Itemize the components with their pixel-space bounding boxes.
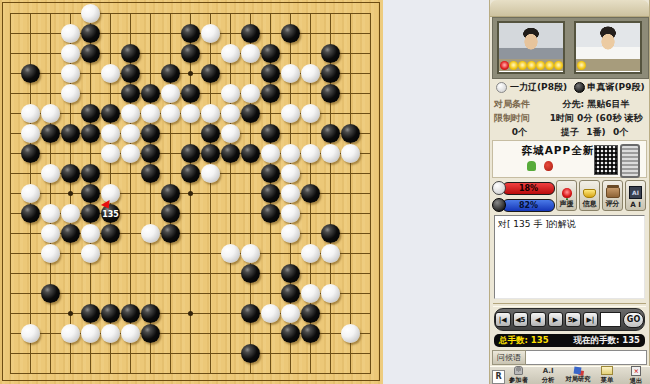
- black-stone: [281, 264, 300, 283]
- time-limit-label: 限制时间: [494, 111, 546, 125]
- winrate-section: 18% 82% 声援信息评分AIA I: [492, 180, 647, 213]
- white-player-flowers: [499, 59, 563, 71]
- black-stone: [321, 224, 340, 243]
- yellow-flower-icon: [509, 61, 518, 70]
- go-board[interactable]: 135: [0, 0, 383, 384]
- white-stone: [341, 324, 360, 343]
- white-player-portrait: [499, 23, 563, 59]
- black-stone: [161, 184, 180, 203]
- black-stone: [121, 64, 140, 83]
- white-stone: [161, 84, 180, 103]
- corner-button[interactable]: R: [492, 370, 505, 384]
- black-stone: [101, 104, 120, 123]
- black-stone: [81, 44, 100, 63]
- apple-icon: [544, 161, 553, 171]
- black-stone: [121, 304, 140, 323]
- white-stone: [301, 284, 320, 303]
- white-stone: [301, 144, 320, 163]
- white-stone: [301, 104, 320, 123]
- black-stone: [321, 44, 340, 63]
- white-stone: [321, 144, 340, 163]
- divider: [493, 303, 646, 307]
- black-stone: [261, 164, 280, 183]
- game-info-panel: 一力辽(P8段) 申真谞(P9段) 对局条件 分先: 黑贴6目半 限制时间 1时…: [489, 0, 650, 384]
- yellow-flower-icon: [577, 61, 586, 70]
- star-point: [188, 311, 193, 316]
- white-stone: [141, 224, 160, 243]
- yellow-flower-icon: [518, 61, 527, 70]
- greeting-row: 问候语: [492, 350, 647, 365]
- black-stone: [121, 44, 140, 63]
- qr-code: [594, 145, 618, 175]
- action-buttons: 声援信息评分AIA I: [555, 180, 647, 213]
- black-stone: [241, 24, 260, 43]
- black-stone: [281, 284, 300, 303]
- white-stone: [281, 224, 300, 243]
- black-stone: [61, 224, 80, 243]
- action-button-rose[interactable]: 声援: [556, 180, 577, 211]
- black-stone: [141, 304, 160, 323]
- last-move-stone: 135: [101, 204, 120, 223]
- black-stone: [281, 324, 300, 343]
- star-point: [188, 191, 193, 196]
- white-stone: [301, 244, 320, 263]
- black-stone: [61, 124, 80, 143]
- white-stone: [281, 184, 300, 203]
- white-stone: [121, 104, 140, 123]
- action-button-gold[interactable]: 信息: [579, 180, 600, 211]
- conditions-label: 对局条件: [494, 97, 546, 111]
- white-player-photo: [497, 21, 565, 74]
- ai-icon: A.I: [543, 367, 554, 375]
- grid-line-h: [10, 353, 371, 354]
- black-stone-icon: [492, 198, 506, 212]
- black-stone: [81, 124, 100, 143]
- action-button-label: 信息: [582, 199, 596, 209]
- white-stone: [41, 164, 60, 183]
- action-button-chip[interactable]: AIA I: [625, 180, 646, 211]
- black-stone: [41, 284, 60, 303]
- black-stone: [141, 144, 160, 163]
- black-player-name-block: 申真谞(P9段): [570, 81, 648, 94]
- nav-forward5-button[interactable]: 5▶: [565, 312, 581, 327]
- toolbar-label: 对局研究: [565, 375, 590, 384]
- black-player-flowers: [576, 59, 640, 71]
- commentary-text: 对[ 135 手 ]的解说: [498, 219, 576, 229]
- captures-label: 提子: [545, 125, 596, 139]
- white-stone: [81, 324, 100, 343]
- nav-back5-button[interactable]: ◀5: [513, 312, 529, 327]
- nav-back-button[interactable]: ◀: [530, 312, 546, 327]
- white-stone: [61, 24, 80, 43]
- toolbar-label: 参加者: [509, 376, 528, 384]
- white-stone-icon: [492, 181, 506, 195]
- white-stone: [61, 324, 80, 343]
- white-stone: [221, 84, 240, 103]
- black-captures: 0个: [595, 125, 646, 139]
- black-stone: [21, 144, 40, 163]
- black-stone: [321, 64, 340, 83]
- condition-row-2: 限制时间 1时间 0分 (60秒 读秒 1番): [494, 111, 646, 125]
- black-stone: [81, 104, 100, 123]
- white-stone: [221, 244, 240, 263]
- gold-icon: [583, 189, 596, 198]
- black-winrate-bar: 82%: [502, 199, 555, 212]
- white-stone: [241, 44, 260, 63]
- game-conditions: 对局条件 分先: 黑贴6目半 限制时间 1时间 0分 (60秒 读秒 1番) 0…: [494, 97, 646, 139]
- white-stone: [101, 64, 120, 83]
- greeting-label: 问候语: [492, 350, 526, 365]
- black-player-photo: [574, 21, 642, 74]
- black-stone: [261, 124, 280, 143]
- grid-line-h: [10, 273, 371, 274]
- chip-icon: AI: [629, 186, 642, 199]
- black-stone: [181, 44, 200, 63]
- black-player-portrait: [576, 23, 640, 59]
- white-stone: [301, 64, 320, 83]
- black-stone: [321, 84, 340, 103]
- star-point: [68, 311, 73, 316]
- white-stone: [201, 24, 220, 43]
- briefcase-icon: [606, 187, 620, 198]
- panel-title-bar: [490, 0, 649, 17]
- move-navigation-bar: |◀◀5◀▶5▶▶|GO: [494, 308, 645, 331]
- black-stone: [21, 204, 40, 223]
- white-stone: [221, 44, 240, 63]
- white-stone: [321, 284, 340, 303]
- white-stone: [321, 244, 340, 263]
- person-icon: [514, 366, 523, 375]
- black-stone: [241, 264, 260, 283]
- nav-forward-button[interactable]: ▶: [548, 312, 564, 327]
- black-stone: [141, 324, 160, 343]
- white-stone: [81, 4, 100, 23]
- black-stone: [81, 184, 100, 203]
- white-stone: [341, 144, 360, 163]
- white-stone: [221, 124, 240, 143]
- black-stone: [261, 204, 280, 223]
- black-stone: [221, 144, 240, 163]
- white-stone: [141, 104, 160, 123]
- players-photo-area: [492, 17, 649, 79]
- white-winrate-bar: 18%: [502, 182, 555, 195]
- white-stone: [261, 144, 280, 163]
- black-stone: [161, 64, 180, 83]
- white-stone: [41, 104, 60, 123]
- player-names-row: 一力辽(P8段) 申真谞(P9段): [492, 79, 647, 95]
- rose-icon: [562, 188, 572, 198]
- android-icon: [527, 161, 536, 171]
- move-status-bar: 总手数: 135 现在的手数: 135: [494, 334, 645, 347]
- black-stone: [301, 324, 320, 343]
- toolbar-label: 分析: [542, 375, 555, 384]
- captures-row: 0个 提子 0个: [494, 125, 646, 139]
- white-player-name: 一力辽(P8段): [510, 81, 567, 94]
- black-stone: [141, 84, 160, 103]
- time-limit-value: 1时间 0分 (60秒 读秒 1番): [546, 111, 646, 125]
- red-flower-icon: [500, 61, 509, 70]
- nav-last-button[interactable]: ▶|: [583, 312, 599, 327]
- white-stone: [21, 184, 40, 203]
- bottom-toolbar: 参加者A.I分析对局研究菜单×退出: [490, 366, 650, 384]
- white-stone: [221, 104, 240, 123]
- black-stone: [161, 204, 180, 223]
- white-stone: [201, 164, 220, 183]
- white-stone-icon: [496, 82, 507, 93]
- toolbar-label: 退出: [630, 376, 643, 384]
- white-stone: [61, 84, 80, 103]
- black-stone: [81, 164, 100, 183]
- toolbar-ai[interactable]: A.I分析: [533, 367, 562, 384]
- black-stone: [61, 164, 80, 183]
- grid-line-v: [350, 13, 351, 374]
- toolbar-research[interactable]: 对局研究: [563, 367, 592, 384]
- white-stone: [61, 64, 80, 83]
- star-point: [68, 191, 73, 196]
- white-stone: [201, 104, 220, 123]
- black-stone: [201, 64, 220, 83]
- white-stone: [281, 104, 300, 123]
- black-stone: [81, 24, 100, 43]
- action-button-briefcase[interactable]: 评分: [602, 180, 623, 211]
- white-player-name-block: 一力辽(P8段): [492, 81, 570, 94]
- white-stone: [101, 324, 120, 343]
- black-stone: [21, 64, 40, 83]
- white-stone: [181, 104, 200, 123]
- black-stone: [41, 124, 60, 143]
- total-moves: 总手数: 135: [499, 335, 549, 347]
- black-stone: [161, 224, 180, 243]
- white-stone: [61, 204, 80, 223]
- black-stone: [261, 84, 280, 103]
- black-winrate-row: 82%: [492, 198, 555, 212]
- white-stone: [41, 244, 60, 263]
- white-stone: [241, 84, 260, 103]
- black-stone: [181, 144, 200, 163]
- black-stone: [201, 144, 220, 163]
- grid-line-v: [230, 13, 231, 374]
- phone-image: [620, 144, 640, 178]
- white-stone: [281, 304, 300, 323]
- black-stone: [181, 164, 200, 183]
- black-stone: [141, 124, 160, 143]
- commentary-box[interactable]: 对[ 135 手 ]的解说: [494, 215, 645, 299]
- black-stone: [341, 124, 360, 143]
- black-stone: [281, 24, 300, 43]
- greeting-input[interactable]: [526, 350, 647, 365]
- condition-row-1: 对局条件 分先: 黑贴6目半: [494, 97, 646, 111]
- black-stone: [101, 224, 120, 243]
- action-button-label: A I: [630, 200, 641, 209]
- white-captures: 0个: [494, 125, 545, 139]
- white-stone: [121, 124, 140, 143]
- black-stone: [321, 124, 340, 143]
- white-stone: [281, 64, 300, 83]
- move-number-label: 135: [101, 205, 120, 224]
- white-winrate-row: 18%: [492, 181, 555, 195]
- move-number-input[interactable]: [600, 312, 621, 327]
- grid-line-v: [370, 13, 371, 374]
- toolbar-person[interactable]: 参加者: [504, 367, 533, 384]
- grid-line-h: [10, 373, 371, 374]
- white-stone: [61, 44, 80, 63]
- black-stone: [101, 304, 120, 323]
- black-stone: [141, 164, 160, 183]
- white-stone: [281, 204, 300, 223]
- white-stone: [121, 324, 140, 343]
- white-stone: [81, 224, 100, 243]
- winrate-bars: 18% 82%: [492, 180, 555, 213]
- current-move: 现在的手数: 135: [573, 335, 640, 347]
- yellow-flower-icon: [554, 61, 563, 70]
- white-stone: [161, 104, 180, 123]
- white-stone: [41, 224, 60, 243]
- black-stone: [81, 304, 100, 323]
- black-stone: [261, 44, 280, 63]
- toolbar-label: 菜单: [601, 376, 614, 384]
- white-stone: [261, 304, 280, 323]
- white-stone: [281, 164, 300, 183]
- black-stone: [241, 304, 260, 323]
- black-stone: [181, 24, 200, 43]
- black-stone: [261, 64, 280, 83]
- action-button-label: 声援: [559, 199, 573, 209]
- white-stone: [21, 124, 40, 143]
- white-stone: [101, 124, 120, 143]
- black-player-name: 申真谞(P9段): [588, 81, 645, 94]
- black-stone: [261, 184, 280, 203]
- black-stone: [81, 204, 100, 223]
- black-stone: [121, 84, 140, 103]
- yellow-flower-icon: [536, 61, 545, 70]
- research-icon: [574, 367, 582, 375]
- menu-icon: [601, 366, 613, 375]
- yellow-flower-icon: [527, 61, 536, 70]
- white-stone: [21, 324, 40, 343]
- os-icons: [527, 161, 553, 171]
- black-stone: [301, 184, 320, 203]
- exit-icon: ×: [631, 366, 641, 376]
- komi-value: 分先: 黑贴6目半: [546, 97, 646, 111]
- white-stone: [101, 144, 120, 163]
- black-stone: [241, 344, 260, 363]
- yellow-flower-icon: [545, 61, 554, 70]
- black-stone-icon: [574, 82, 585, 93]
- app-promo-banner[interactable]: 弈城APP全新上线: [492, 140, 647, 178]
- go-button[interactable]: GO: [623, 312, 644, 328]
- black-stone: [301, 304, 320, 323]
- nav-first-button[interactable]: |◀: [495, 312, 511, 327]
- white-stone: [41, 204, 60, 223]
- white-stone: [121, 144, 140, 163]
- black-stone: [241, 144, 260, 163]
- black-stone: [181, 84, 200, 103]
- toolbar-menu[interactable]: 菜单: [592, 367, 621, 384]
- action-button-label: 评分: [605, 199, 619, 209]
- black-stone: [241, 104, 260, 123]
- white-stone: [81, 244, 100, 263]
- black-stone: [201, 124, 220, 143]
- white-stone: [281, 144, 300, 163]
- white-stone: [101, 184, 120, 203]
- white-stone: [21, 104, 40, 123]
- white-stone: [241, 244, 260, 263]
- star-point: [188, 71, 193, 76]
- toolbar-exit[interactable]: ×退出: [622, 367, 650, 384]
